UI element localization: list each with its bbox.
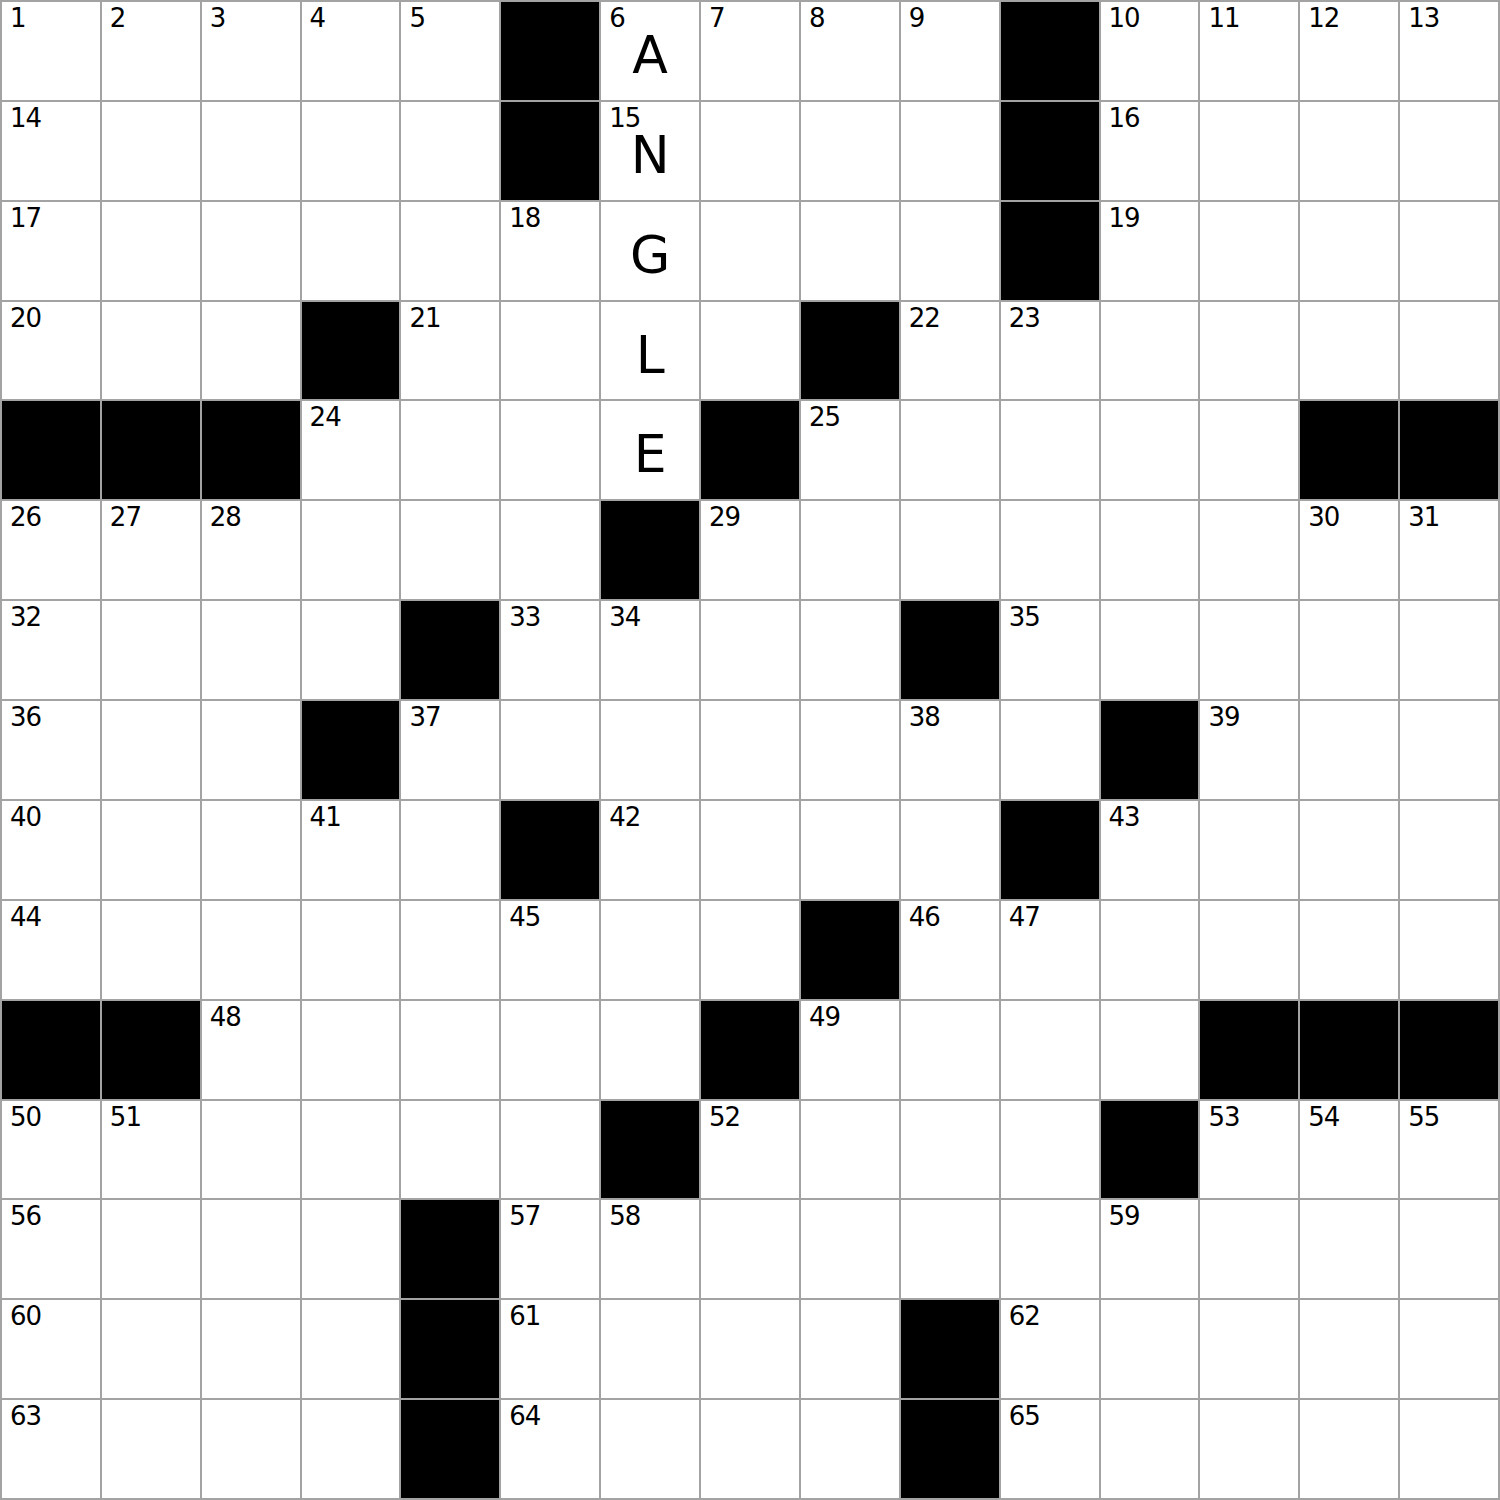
- cell-r14c1[interactable]: 60: [2, 1300, 100, 1398]
- cell-r12c2[interactable]: 51: [102, 1101, 200, 1199]
- cell-r1c1[interactable]: 1: [2, 2, 100, 100]
- black-square: [1001, 801, 1099, 899]
- clue-number: 64: [509, 1402, 540, 1431]
- cell-r10c11[interactable]: 47: [1001, 901, 1099, 999]
- cell-r3c2[interactable]: [102, 202, 200, 300]
- cell-r15c9[interactable]: [801, 1400, 899, 1498]
- cell-r12c15[interactable]: 55: [1400, 1101, 1498, 1199]
- clue-number: 36: [10, 703, 41, 732]
- clue-number: 16: [1109, 104, 1140, 133]
- cell-r3c4[interactable]: [302, 202, 400, 300]
- cell-r8c5[interactable]: 37: [401, 701, 499, 799]
- clue-number: 35: [1009, 603, 1040, 632]
- clue-number: 27: [110, 503, 141, 532]
- clue-number: 65: [1009, 1402, 1040, 1431]
- cell-r8c7[interactable]: [601, 701, 699, 799]
- cell-r13c10[interactable]: [901, 1200, 999, 1298]
- cell-r1c13[interactable]: 11: [1200, 2, 1298, 100]
- black-square: [1300, 401, 1398, 499]
- clue-number: 20: [10, 304, 41, 333]
- cell-r13c4[interactable]: [302, 1200, 400, 1298]
- cell-r6c6[interactable]: [501, 501, 599, 599]
- cell-r9c4[interactable]: 41: [302, 801, 400, 899]
- cell-r10c15[interactable]: [1400, 901, 1498, 999]
- cell-r10c13[interactable]: [1200, 901, 1298, 999]
- cell-r7c14[interactable]: [1300, 601, 1398, 699]
- black-square: [601, 1101, 699, 1199]
- cell-r2c8[interactable]: [701, 102, 799, 200]
- clue-number: 52: [709, 1103, 740, 1132]
- clue-number: 53: [1208, 1103, 1239, 1132]
- cell-r11c4[interactable]: [302, 1001, 400, 1099]
- cell-r9c3[interactable]: [202, 801, 300, 899]
- cell-r6c2[interactable]: 27: [102, 501, 200, 599]
- cell-r2c1[interactable]: 14: [2, 102, 100, 200]
- cell-r3c14[interactable]: [1300, 202, 1398, 300]
- cell-r1c7[interactable]: 6A: [601, 2, 699, 100]
- cell-r15c6[interactable]: 64: [501, 1400, 599, 1498]
- cell-r4c10[interactable]: 22: [901, 302, 999, 400]
- cell-r1c9[interactable]: 8: [801, 2, 899, 100]
- black-square: [1101, 1101, 1199, 1199]
- clue-number: 25: [809, 403, 840, 432]
- clue-number: 21: [409, 304, 440, 333]
- cell-r9c7[interactable]: 42: [601, 801, 699, 899]
- cell-r3c10[interactable]: [901, 202, 999, 300]
- cell-r3c3[interactable]: [202, 202, 300, 300]
- cell-r1c4[interactable]: 4: [302, 2, 400, 100]
- clue-number: 38: [909, 703, 940, 732]
- cell-r6c1[interactable]: 26: [2, 501, 100, 599]
- clue-number: 49: [809, 1003, 840, 1032]
- cell-r8c15[interactable]: [1400, 701, 1498, 799]
- cell-letter: A: [632, 17, 668, 85]
- black-square: [501, 102, 599, 200]
- black-square: [102, 401, 200, 499]
- clue-number: 44: [10, 903, 41, 932]
- clue-number: 23: [1009, 304, 1040, 333]
- cell-r4c15[interactable]: [1400, 302, 1498, 400]
- black-square: [102, 1001, 200, 1099]
- cell-r3c5[interactable]: [401, 202, 499, 300]
- cell-r7c7[interactable]: 34: [601, 601, 699, 699]
- cell-r9c2[interactable]: [102, 801, 200, 899]
- clue-number: 48: [210, 1003, 241, 1032]
- cell-r10c6[interactable]: 45: [501, 901, 599, 999]
- cell-r14c2[interactable]: [102, 1300, 200, 1398]
- clue-number: 7: [709, 4, 725, 33]
- cell-r2c15[interactable]: [1400, 102, 1498, 200]
- clue-number: 1: [10, 4, 26, 33]
- cell-r9c15[interactable]: [1400, 801, 1498, 899]
- clue-number: 22: [909, 304, 940, 333]
- cell-r7c12[interactable]: [1101, 601, 1199, 699]
- clue-number: 11: [1208, 4, 1239, 33]
- cell-r12c1[interactable]: 50: [2, 1101, 100, 1199]
- cell-r9c1[interactable]: 40: [2, 801, 100, 899]
- cell-r4c2[interactable]: [102, 302, 200, 400]
- cell-r15c11[interactable]: 65: [1001, 1400, 1099, 1498]
- cell-letter: L: [636, 317, 665, 385]
- cell-r9c8[interactable]: [701, 801, 799, 899]
- cell-r14c12[interactable]: [1101, 1300, 1199, 1398]
- cell-r4c12[interactable]: [1101, 302, 1199, 400]
- cell-r2c10[interactable]: [901, 102, 999, 200]
- cell-r13c14[interactable]: [1300, 1200, 1398, 1298]
- clue-number: 57: [509, 1202, 540, 1231]
- cell-r3c13[interactable]: [1200, 202, 1298, 300]
- cell-r4c7[interactable]: L: [601, 302, 699, 400]
- cell-r2c2[interactable]: [102, 102, 200, 200]
- cell-r12c9[interactable]: [801, 1101, 899, 1199]
- cell-r7c3[interactable]: [202, 601, 300, 699]
- clue-number: 10: [1109, 4, 1140, 33]
- cell-r11c6[interactable]: [501, 1001, 599, 1099]
- black-square: [801, 901, 899, 999]
- cell-r15c15[interactable]: [1400, 1400, 1498, 1498]
- cell-r15c3[interactable]: [202, 1400, 300, 1498]
- clue-number: 51: [110, 1103, 141, 1132]
- cell-r12c10[interactable]: [901, 1101, 999, 1199]
- clue-number: 47: [1009, 903, 1040, 932]
- cell-r14c4[interactable]: [302, 1300, 400, 1398]
- cell-r13c11[interactable]: [1001, 1200, 1099, 1298]
- cell-r10c10[interactable]: 46: [901, 901, 999, 999]
- cell-r14c13[interactable]: [1200, 1300, 1298, 1398]
- black-square: [401, 1400, 499, 1498]
- cell-r10c14[interactable]: [1300, 901, 1398, 999]
- black-square: [2, 401, 100, 499]
- cell-r6c9[interactable]: [801, 501, 899, 599]
- cell-r9c14[interactable]: [1300, 801, 1398, 899]
- cell-r3c7[interactable]: G: [601, 202, 699, 300]
- clue-number: 60: [10, 1302, 41, 1331]
- black-square: [1400, 1001, 1498, 1099]
- cell-r10c2[interactable]: [102, 901, 200, 999]
- cell-r4c3[interactable]: [202, 302, 300, 400]
- cell-r7c8[interactable]: [701, 601, 799, 699]
- cell-r2c7[interactable]: 15N: [601, 102, 699, 200]
- black-square: [1200, 1001, 1298, 1099]
- clue-number: 26: [10, 503, 41, 532]
- clue-number: 46: [909, 903, 940, 932]
- cell-r6c12[interactable]: [1101, 501, 1199, 599]
- black-square: [302, 302, 400, 400]
- cell-r13c2[interactable]: [102, 1200, 200, 1298]
- cell-r1c12[interactable]: 10: [1101, 2, 1199, 100]
- clue-number: 28: [210, 503, 241, 532]
- clue-number: 5: [409, 4, 425, 33]
- cell-r10c1[interactable]: 44: [2, 901, 100, 999]
- cell-r9c12[interactable]: 43: [1101, 801, 1199, 899]
- cell-r5c7[interactable]: E: [601, 401, 699, 499]
- black-square: [401, 601, 499, 699]
- cell-r14c14[interactable]: [1300, 1300, 1398, 1398]
- cell-r5c12[interactable]: [1101, 401, 1199, 499]
- cell-r1c10[interactable]: 9: [901, 2, 999, 100]
- cell-r3c9[interactable]: [801, 202, 899, 300]
- cell-r10c5[interactable]: [401, 901, 499, 999]
- cell-r2c3[interactable]: [202, 102, 300, 200]
- cell-r14c8[interactable]: [701, 1300, 799, 1398]
- clue-number: 33: [509, 603, 540, 632]
- cell-r1c8[interactable]: 7: [701, 2, 799, 100]
- cell-r15c8[interactable]: [701, 1400, 799, 1498]
- clue-number: 55: [1408, 1103, 1439, 1132]
- clue-number: 43: [1109, 803, 1140, 832]
- cell-r10c3[interactable]: [202, 901, 300, 999]
- black-square: [1300, 1001, 1398, 1099]
- cell-r13c1[interactable]: 56: [2, 1200, 100, 1298]
- cell-r6c8[interactable]: 29: [701, 501, 799, 599]
- cell-r1c3[interactable]: 3: [202, 2, 300, 100]
- clue-number: 14: [10, 104, 41, 133]
- black-square: [1001, 102, 1099, 200]
- cell-r2c13[interactable]: [1200, 102, 1298, 200]
- cell-r11c10[interactable]: [901, 1001, 999, 1099]
- cell-r7c4[interactable]: [302, 601, 400, 699]
- cell-r12c4[interactable]: [302, 1101, 400, 1199]
- black-square: [901, 601, 999, 699]
- cell-r13c15[interactable]: [1400, 1200, 1498, 1298]
- cell-r13c3[interactable]: [202, 1200, 300, 1298]
- clue-number: 2: [110, 4, 126, 33]
- cell-r7c11[interactable]: 35: [1001, 601, 1099, 699]
- clue-number: 4: [310, 4, 326, 33]
- black-square: [701, 1001, 799, 1099]
- cell-r11c5[interactable]: [401, 1001, 499, 1099]
- cell-r6c11[interactable]: [1001, 501, 1099, 599]
- cell-r11c9[interactable]: 49: [801, 1001, 899, 1099]
- clue-number: 3: [210, 4, 226, 33]
- cell-r1c15[interactable]: 13: [1400, 2, 1498, 100]
- clue-number: 24: [310, 403, 341, 432]
- black-square: [501, 2, 599, 100]
- cell-r10c7[interactable]: [601, 901, 699, 999]
- cell-r12c13[interactable]: 53: [1200, 1101, 1298, 1199]
- cell-r2c4[interactable]: [302, 102, 400, 200]
- cell-r8c1[interactable]: 36: [2, 701, 100, 799]
- cell-r3c6[interactable]: 18: [501, 202, 599, 300]
- clue-number: 12: [1308, 4, 1339, 33]
- clue-number: 54: [1308, 1103, 1339, 1132]
- clue-number: 18: [509, 204, 540, 233]
- cell-r4c1[interactable]: 20: [2, 302, 100, 400]
- clue-number: 19: [1109, 204, 1140, 233]
- cell-r6c10[interactable]: [901, 501, 999, 599]
- cell-r7c13[interactable]: [1200, 601, 1298, 699]
- cell-r7c9[interactable]: [801, 601, 899, 699]
- cell-r6c5[interactable]: [401, 501, 499, 599]
- cell-r8c13[interactable]: 39: [1200, 701, 1298, 799]
- cell-r12c5[interactable]: [401, 1101, 499, 1199]
- cell-r14c11[interactable]: 62: [1001, 1300, 1099, 1398]
- cell-r10c8[interactable]: [701, 901, 799, 999]
- cell-r15c1[interactable]: 63: [2, 1400, 100, 1498]
- cell-r13c9[interactable]: [801, 1200, 899, 1298]
- cell-r8c2[interactable]: [102, 701, 200, 799]
- black-square: [501, 801, 599, 899]
- clue-number: 31: [1408, 503, 1439, 532]
- clue-number: 59: [1109, 1202, 1140, 1231]
- cell-r8c3[interactable]: [202, 701, 300, 799]
- cell-r6c4[interactable]: [302, 501, 400, 599]
- clue-number: 41: [310, 803, 341, 832]
- cell-r11c3[interactable]: 48: [202, 1001, 300, 1099]
- cell-r7c2[interactable]: [102, 601, 200, 699]
- cell-r14c15[interactable]: [1400, 1300, 1498, 1398]
- cell-r3c1[interactable]: 17: [2, 202, 100, 300]
- cell-r13c12[interactable]: 59: [1101, 1200, 1199, 1298]
- clue-number: 50: [10, 1103, 41, 1132]
- clue-number: 17: [10, 204, 41, 233]
- cell-r4c8[interactable]: [701, 302, 799, 400]
- cell-r13c8[interactable]: [701, 1200, 799, 1298]
- clue-number: 6: [609, 4, 625, 33]
- cell-r2c9[interactable]: [801, 102, 899, 200]
- black-square: [1001, 2, 1099, 100]
- clue-number: 39: [1208, 703, 1239, 732]
- cell-r8c11[interactable]: [1001, 701, 1099, 799]
- cell-r4c14[interactable]: [1300, 302, 1398, 400]
- cell-r2c14[interactable]: [1300, 102, 1398, 200]
- cell-r1c2[interactable]: 2: [102, 2, 200, 100]
- cell-r4c11[interactable]: 23: [1001, 302, 1099, 400]
- black-square: [1001, 202, 1099, 300]
- cell-r3c12[interactable]: 19: [1101, 202, 1199, 300]
- clue-number: 37: [409, 703, 440, 732]
- cell-r1c5[interactable]: 5: [401, 2, 499, 100]
- cell-r11c7[interactable]: [601, 1001, 699, 1099]
- cell-r11c12[interactable]: [1101, 1001, 1199, 1099]
- cell-r15c4[interactable]: [302, 1400, 400, 1498]
- clue-number: 45: [509, 903, 540, 932]
- clue-number: 42: [609, 803, 640, 832]
- cell-r10c4[interactable]: [302, 901, 400, 999]
- cell-r9c13[interactable]: [1200, 801, 1298, 899]
- cell-letter: E: [634, 416, 667, 484]
- black-square: [2, 1001, 100, 1099]
- cell-r6c3[interactable]: 28: [202, 501, 300, 599]
- black-square: [202, 401, 300, 499]
- cell-r13c6[interactable]: 57: [501, 1200, 599, 1298]
- cell-r12c3[interactable]: [202, 1101, 300, 1199]
- cell-r5c5[interactable]: [401, 401, 499, 499]
- cell-r5c6[interactable]: [501, 401, 599, 499]
- clue-number: 29: [709, 503, 740, 532]
- cell-r5c11[interactable]: [1001, 401, 1099, 499]
- cell-r8c14[interactable]: [1300, 701, 1398, 799]
- black-square: [901, 1300, 999, 1398]
- cell-r4c6[interactable]: [501, 302, 599, 400]
- cell-r15c7[interactable]: [601, 1400, 699, 1498]
- cell-r7c6[interactable]: 33: [501, 601, 599, 699]
- black-square: [1400, 401, 1498, 499]
- clue-number: 15: [609, 104, 640, 133]
- cell-r9c5[interactable]: [401, 801, 499, 899]
- clue-number: 34: [609, 603, 640, 632]
- cell-r14c7[interactable]: [601, 1300, 699, 1398]
- cell-r9c10[interactable]: [901, 801, 999, 899]
- clue-number: 40: [10, 803, 41, 832]
- black-square: [901, 1400, 999, 1498]
- cell-r8c8[interactable]: [701, 701, 799, 799]
- cell-r1c14[interactable]: 12: [1300, 2, 1398, 100]
- clue-number: 63: [10, 1402, 41, 1431]
- cell-r6c13[interactable]: [1200, 501, 1298, 599]
- cell-r15c2[interactable]: [102, 1400, 200, 1498]
- black-square: [401, 1300, 499, 1398]
- cell-r7c15[interactable]: [1400, 601, 1498, 699]
- clue-number: 13: [1408, 4, 1439, 33]
- cell-r8c6[interactable]: [501, 701, 599, 799]
- cell-r12c6[interactable]: [501, 1101, 599, 1199]
- cell-r4c13[interactable]: [1200, 302, 1298, 400]
- cell-r15c13[interactable]: [1200, 1400, 1298, 1498]
- cell-r6c14[interactable]: 30: [1300, 501, 1398, 599]
- black-square: [1101, 701, 1199, 799]
- clue-number: 8: [809, 4, 825, 33]
- cell-r2c12[interactable]: 16: [1101, 102, 1199, 200]
- cell-r8c10[interactable]: 38: [901, 701, 999, 799]
- black-square: [302, 701, 400, 799]
- cell-r13c7[interactable]: 58: [601, 1200, 699, 1298]
- cell-r5c10[interactable]: [901, 401, 999, 499]
- cell-r12c14[interactable]: 54: [1300, 1101, 1398, 1199]
- cell-letter: G: [630, 217, 670, 285]
- clue-number: 61: [509, 1302, 540, 1331]
- cell-r13c13[interactable]: [1200, 1200, 1298, 1298]
- cell-r14c3[interactable]: [202, 1300, 300, 1398]
- cell-r4c5[interactable]: 21: [401, 302, 499, 400]
- cell-r5c4[interactable]: 24: [302, 401, 400, 499]
- cell-r12c11[interactable]: [1001, 1101, 1099, 1199]
- cell-r9c9[interactable]: [801, 801, 899, 899]
- cell-r5c9[interactable]: 25: [801, 401, 899, 499]
- clue-number: 62: [1009, 1302, 1040, 1331]
- black-square: [701, 401, 799, 499]
- cell-r10c12[interactable]: [1101, 901, 1199, 999]
- cell-r15c14[interactable]: [1300, 1400, 1398, 1498]
- cell-r14c6[interactable]: 61: [501, 1300, 599, 1398]
- clue-number: 56: [10, 1202, 41, 1231]
- clue-number: 9: [909, 4, 925, 33]
- cell-r5c13[interactable]: [1200, 401, 1298, 499]
- clue-number: 58: [609, 1202, 640, 1231]
- black-square: [401, 1200, 499, 1298]
- cell-r11c11[interactable]: [1001, 1001, 1099, 1099]
- cell-r8c9[interactable]: [801, 701, 899, 799]
- clue-number: 32: [10, 603, 41, 632]
- black-square: [601, 501, 699, 599]
- black-square: [801, 302, 899, 400]
- clue-number: 30: [1308, 503, 1339, 532]
- cell-r2c5[interactable]: [401, 102, 499, 200]
- cell-r3c15[interactable]: [1400, 202, 1498, 300]
- cell-r15c12[interactable]: [1101, 1400, 1199, 1498]
- cell-r7c1[interactable]: 32: [2, 601, 100, 699]
- cell-r3c8[interactable]: [701, 202, 799, 300]
- cell-r12c8[interactable]: 52: [701, 1101, 799, 1199]
- cell-r14c9[interactable]: [801, 1300, 899, 1398]
- crossword-board: 123456A789101112131415N161718G192021L222…: [0, 0, 1500, 1500]
- cell-r6c15[interactable]: 31: [1400, 501, 1498, 599]
